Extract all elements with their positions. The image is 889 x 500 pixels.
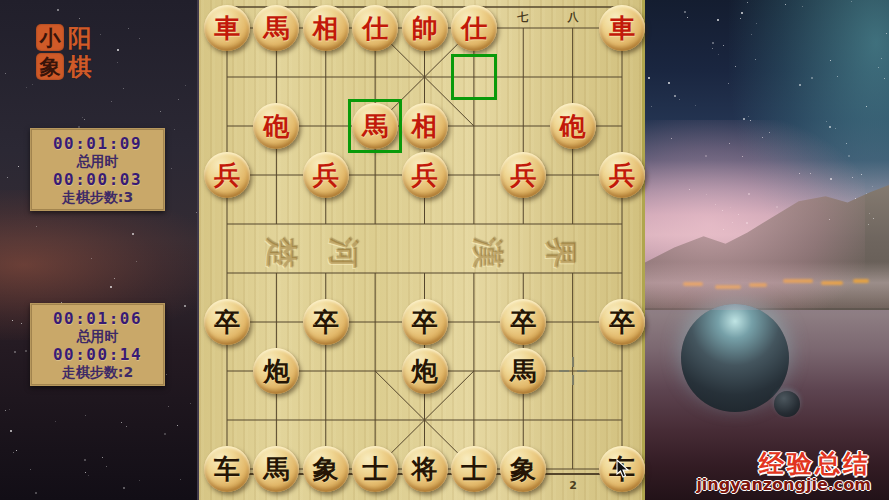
star [12,320,13,321]
star [748,193,750,195]
logo-char-yang: 阳 [66,24,94,51]
star [810,173,811,174]
black-timer-panel: 00:01:06 总用时 00:00:14 走棋步数:2 [30,303,165,386]
star [735,66,736,67]
star [687,17,688,18]
star [7,177,8,178]
red-piece-兵[interactable]: 兵 [303,152,349,198]
star [866,106,867,107]
river-char-he: 河 [322,238,364,269]
star [748,116,749,117]
star [16,450,17,451]
star [121,422,122,423]
black-piece-士[interactable]: 士 [352,446,398,492]
star [25,350,27,352]
star [762,137,763,138]
star [861,174,862,175]
star [776,206,778,208]
black-move-time: 00:00:14 [31,345,164,364]
star [14,351,16,353]
star [886,33,887,34]
red-move-time: 00:00:03 [31,170,164,189]
star [743,118,745,120]
star [84,459,86,461]
star [82,117,83,118]
star [715,204,716,205]
star [190,403,191,404]
app-logo: 小 阳 象 棋 [36,24,94,80]
star [738,214,739,215]
star [10,430,12,432]
distant-light [783,279,813,283]
red-piece-相[interactable]: 相 [303,5,349,51]
xiangqi-board[interactable]: 楚 河 漢 界 七 八 2 車馬相仕帥仕車砲馬相砲兵兵兵兵兵卒卒卒卒卒炮炮馬车馬… [197,0,645,500]
star [729,143,730,144]
black-total-time: 00:01:06 [31,309,164,328]
star [785,4,786,5]
star [9,409,10,410]
star [21,323,22,324]
mountain-silhouette [645,185,889,310]
star [84,119,85,120]
distant-light [821,281,843,285]
star [884,78,885,79]
red-steps: 走棋步数:3 [31,189,164,206]
star [171,168,172,169]
logo-char-xiang: 象 [36,53,64,80]
red-piece-車[interactable]: 車 [599,5,645,51]
star [747,2,748,3]
move-to-highlight [348,99,402,153]
background-right-space [645,0,889,500]
red-piece-兵[interactable]: 兵 [500,152,546,198]
logo-char-qi: 棋 [66,53,94,80]
star [100,34,101,35]
red-piece-車[interactable]: 車 [204,5,250,51]
planet-small [774,391,800,417]
star [123,487,125,489]
star [32,84,33,85]
star [837,76,838,77]
star [651,106,652,107]
star [177,425,178,426]
star [164,433,166,435]
black-piece-炮[interactable]: 炮 [402,348,448,394]
star [848,155,850,157]
distant-light [715,285,741,289]
star [160,111,161,112]
logo-char-xiao: 小 [36,24,64,51]
star [178,99,179,100]
red-timer-panel: 00:01:09 总用时 00:00:03 走棋步数:3 [30,128,165,211]
star [830,178,832,180]
star [684,11,686,13]
star [128,28,129,29]
file-label-top-8: 八 [568,10,579,25]
river-char-chu: 楚 [260,238,302,269]
black-piece-象[interactable]: 象 [500,446,546,492]
star [705,155,707,157]
star [13,452,14,453]
star [750,120,751,121]
star [742,156,743,157]
star [117,62,118,63]
distant-light [749,283,767,287]
star [712,42,714,44]
star [79,18,80,19]
star [166,374,167,375]
star [88,475,89,476]
app-window: 小 阳 象 棋 00:01:09 总用时 00:00:03 走棋步数:3 00:… [0,0,889,500]
star [732,222,733,223]
red-piece-仕[interactable]: 仕 [352,5,398,51]
red-total-time: 00:01:09 [31,134,164,153]
star [802,6,803,7]
star [695,105,696,106]
star [717,19,719,21]
star [740,18,741,19]
star [755,59,756,60]
star [718,54,719,55]
star [878,67,879,68]
star [85,415,86,416]
star [26,87,27,88]
watermark-url: jingyanzongjie.com [696,477,871,494]
black-piece-卒[interactable]: 卒 [204,299,250,345]
star [36,226,37,227]
red-total-label: 总用时 [31,153,164,170]
star [799,173,800,174]
mouse-cursor [616,459,632,479]
star [114,278,115,279]
black-piece-将[interactable]: 将 [402,446,448,492]
black-piece-卒[interactable]: 卒 [303,299,349,345]
star [85,472,86,473]
star [723,45,724,46]
star [117,49,119,51]
star [746,222,748,224]
star [139,38,140,39]
file-label-bottom-2: 2 [569,479,577,492]
star [106,466,107,467]
star [829,126,831,128]
star [811,77,813,79]
star [679,99,680,100]
star [728,83,729,84]
star [168,406,169,407]
star [671,138,672,139]
red-piece-兵[interactable]: 兵 [402,152,448,198]
star [855,198,856,199]
river-char-han: 漢 [466,238,508,269]
planet-large [681,304,789,412]
black-steps: 走棋步数:2 [31,364,164,381]
star [723,229,724,230]
star [174,129,175,130]
star [184,305,186,307]
black-piece-士[interactable]: 士 [451,446,497,492]
star [102,457,103,458]
watermark: 经验总结 jingyanzongjie.com [696,451,871,494]
distant-light [683,282,703,286]
black-piece-象[interactable]: 象 [303,446,349,492]
star [668,82,670,84]
red-piece-兵[interactable]: 兵 [204,152,250,198]
star [91,258,92,259]
file-label-top-7: 七 [518,10,529,25]
crosshair-marker [559,357,587,385]
black-total-label: 总用时 [31,328,164,345]
star [132,233,134,235]
star [769,132,770,133]
black-piece-卒[interactable]: 卒 [402,299,448,345]
star [835,128,836,129]
star [5,73,6,74]
star [35,492,37,494]
red-piece-兵[interactable]: 兵 [599,152,645,198]
star [180,479,181,480]
star [722,210,723,211]
red-piece-帥[interactable]: 帥 [402,5,448,51]
star [851,1,852,2]
horizon-haze [645,262,889,308]
star [826,121,827,122]
move-from-highlight [451,54,497,100]
star [829,219,830,220]
star [123,88,124,89]
background-left-space [0,0,197,500]
star [674,95,676,97]
distant-light [853,279,869,283]
star [110,286,112,288]
star [872,186,873,187]
river-char-jie: 界 [539,238,581,269]
star [706,194,707,195]
star [111,101,112,102]
star [712,48,713,49]
star [30,469,31,470]
star [741,12,743,14]
star [55,421,56,422]
star [185,85,186,86]
star [799,84,801,86]
star [126,426,127,427]
star [852,177,853,178]
star [846,143,847,144]
star [136,261,137,262]
red-piece-仕[interactable]: 仕 [451,5,497,51]
star [18,166,19,167]
red-piece-砲[interactable]: 砲 [550,103,596,149]
red-piece-相[interactable]: 相 [402,103,448,149]
black-piece-馬[interactable]: 馬 [500,348,546,394]
star [57,9,59,11]
black-piece-车[interactable]: 车 [204,446,250,492]
watermark-title: 经验总结 [696,451,871,477]
star [881,58,882,59]
star [689,189,690,190]
star [5,410,6,411]
star [139,480,140,481]
black-piece-卒[interactable]: 卒 [500,299,546,345]
star [751,34,752,35]
star [648,77,650,79]
black-piece-卒[interactable]: 卒 [599,299,645,345]
star [830,60,831,61]
star [756,23,757,24]
star [730,207,731,208]
